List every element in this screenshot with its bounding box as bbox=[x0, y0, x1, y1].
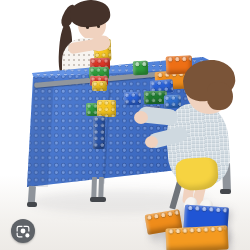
google-lens-icon bbox=[16, 224, 30, 238]
google-lens-button[interactable] bbox=[11, 219, 35, 243]
floor-blue-brick-studs bbox=[186, 205, 227, 215]
photo-canvas[interactable] bbox=[0, 0, 250, 250]
floor-orange-brick-left-studs bbox=[146, 209, 179, 221]
floor-orange-brick-front bbox=[165, 225, 228, 250]
floor-orange-brick-front-studs bbox=[168, 226, 225, 236]
bricks-on-floor bbox=[0, 0, 250, 250]
